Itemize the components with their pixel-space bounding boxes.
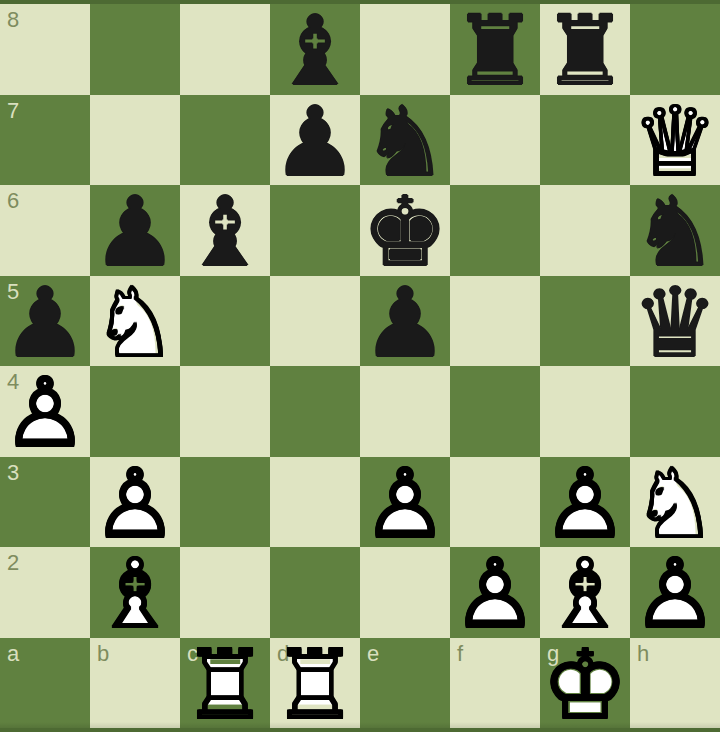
board-frame: 8♝♜♜7♟♞♛♕6♟♝♚♞5♟♞♘♟♛4♟♙3♟♙♟♙♟♙♞♘2♝♗♟♙♝♗♟… [0,0,720,732]
square-a3[interactable]: 3 [0,457,90,548]
file-label-e: e [367,643,379,665]
rank-label-8: 8 [7,9,19,31]
white-rook-c1[interactable]: ♜♖ [180,638,270,729]
file-label-f: f [457,643,463,665]
square-g2[interactable]: ♝♗ [540,547,630,638]
piece-outline-glyph: ♖ [270,640,360,731]
piece-outline-glyph: ♙ [450,549,540,640]
black-rook-f8[interactable]: ♜ [450,4,540,95]
white-pawn-g3[interactable]: ♟♙ [540,457,630,548]
white-knight-b5[interactable]: ♞♘ [90,276,180,367]
square-h8[interactable] [630,4,720,95]
file-label-b: b [97,643,109,665]
piece-glyph: ♜ [180,640,270,731]
piece-outline-glyph: ♙ [0,368,90,459]
black-pawn-e5[interactable]: ♟ [360,276,450,367]
white-knight-h3[interactable]: ♞♘ [630,457,720,548]
square-d4[interactable] [270,366,360,457]
piece-outline-glyph: ♘ [90,278,180,369]
white-queen-h7[interactable]: ♛♕ [630,95,720,186]
square-c8[interactable] [180,4,270,95]
square-g1[interactable]: g♚♔ [540,638,630,729]
piece-glyph: ♛ [630,97,720,188]
square-h1[interactable]: h [630,638,720,729]
square-f3[interactable] [450,457,540,548]
piece-outline-glyph: ♙ [540,459,630,550]
black-pawn-b6[interactable]: ♟ [90,185,180,276]
square-f4[interactable] [450,366,540,457]
black-rook-g8[interactable]: ♜ [540,4,630,95]
square-e2[interactable] [360,547,450,638]
square-d5[interactable] [270,276,360,367]
piece-outline-glyph: ♙ [630,549,720,640]
square-c3[interactable] [180,457,270,548]
square-d2[interactable] [270,547,360,638]
square-a7[interactable]: 7 [0,95,90,186]
square-e5[interactable]: ♟ [360,276,450,367]
rank-label-6: 6 [7,190,19,212]
white-bishop-b2[interactable]: ♝♗ [90,547,180,638]
piece-outline-glyph: ♙ [360,459,450,550]
square-c5[interactable] [180,276,270,367]
rank-label-7: 7 [7,100,19,122]
rank-label-2: 2 [7,552,19,574]
piece-glyph: ♚ [540,640,630,731]
white-pawn-b3[interactable]: ♟♙ [90,457,180,548]
white-pawn-f2[interactable]: ♟♙ [450,547,540,638]
piece-glyph: ♞ [630,187,720,278]
square-g3[interactable]: ♟♙ [540,457,630,548]
piece-glyph: ♟ [0,368,90,459]
square-f1[interactable]: f [450,638,540,729]
white-pawn-a4[interactable]: ♟♙ [0,366,90,457]
white-pawn-e3[interactable]: ♟♙ [360,457,450,548]
square-g4[interactable] [540,366,630,457]
piece-glyph: ♟ [90,187,180,278]
piece-glyph: ♞ [360,97,450,188]
piece-glyph: ♝ [270,6,360,97]
square-h3[interactable]: ♞♘ [630,457,720,548]
square-g8[interactable]: ♜ [540,4,630,95]
piece-glyph: ♝ [90,549,180,640]
black-knight-e7[interactable]: ♞ [360,95,450,186]
piece-outline-glyph: ♗ [540,549,630,640]
square-d7[interactable]: ♟ [270,95,360,186]
piece-glyph: ♟ [270,97,360,188]
square-f8[interactable]: ♜ [450,4,540,95]
square-b4[interactable] [90,366,180,457]
piece-glyph: ♜ [540,6,630,97]
black-pawn-a5[interactable]: ♟ [0,276,90,367]
square-e6[interactable]: ♚ [360,185,450,276]
piece-glyph: ♜ [270,640,360,731]
square-e4[interactable] [360,366,450,457]
black-bishop-d8[interactable]: ♝ [270,4,360,95]
square-a6[interactable]: 6 [0,185,90,276]
chess-board: 8♝♜♜7♟♞♛♕6♟♝♚♞5♟♞♘♟♛4♟♙3♟♙♟♙♟♙♞♘2♝♗♟♙♝♗♟… [0,4,720,728]
square-f7[interactable] [450,95,540,186]
square-a2[interactable]: 2 [0,547,90,638]
square-b2[interactable]: ♝♗ [90,547,180,638]
white-bishop-g2[interactable]: ♝♗ [540,547,630,638]
square-b3[interactable]: ♟♙ [90,457,180,548]
square-g7[interactable] [540,95,630,186]
square-a8[interactable]: 8 [0,4,90,95]
square-c2[interactable] [180,547,270,638]
square-d6[interactable] [270,185,360,276]
black-queen-h5[interactable]: ♛ [630,276,720,367]
square-c7[interactable] [180,95,270,186]
piece-glyph: ♛ [630,278,720,369]
rank-label-3: 3 [7,462,19,484]
piece-glyph: ♜ [450,6,540,97]
square-f2[interactable]: ♟♙ [450,547,540,638]
square-c6[interactable]: ♝ [180,185,270,276]
square-e8[interactable] [360,4,450,95]
white-rook-d1[interactable]: ♜♖ [270,638,360,729]
black-bishop-c6[interactable]: ♝ [180,185,270,276]
square-d3[interactable] [270,457,360,548]
square-f5[interactable] [450,276,540,367]
square-h4[interactable] [630,366,720,457]
piece-outline-glyph: ♘ [630,459,720,550]
file-label-h: h [637,643,649,665]
square-a4[interactable]: 4♟♙ [0,366,90,457]
square-d8[interactable]: ♝ [270,4,360,95]
square-h2[interactable]: ♟♙ [630,547,720,638]
piece-glyph: ♟ [0,278,90,369]
square-e7[interactable]: ♞ [360,95,450,186]
black-knight-h6[interactable]: ♞ [630,185,720,276]
square-a1[interactable]: a [0,638,90,729]
file-label-a: a [7,643,19,665]
white-king-g1[interactable]: ♚♔ [540,638,630,729]
square-a5[interactable]: 5♟ [0,276,90,367]
piece-glyph: ♝ [180,187,270,278]
piece-glyph: ♟ [540,459,630,550]
square-b6[interactable]: ♟ [90,185,180,276]
piece-outline-glyph: ♔ [540,640,630,731]
square-d1[interactable]: d♜♖ [270,638,360,729]
piece-outline-glyph: ♙ [90,459,180,550]
piece-glyph: ♟ [450,549,540,640]
piece-outline-glyph: ♕ [630,97,720,188]
black-pawn-d7[interactable]: ♟ [270,95,360,186]
black-king-e6[interactable]: ♚ [360,185,450,276]
square-h6[interactable]: ♞ [630,185,720,276]
square-b8[interactable] [90,4,180,95]
piece-glyph: ♞ [630,459,720,550]
square-e1[interactable]: e [360,638,450,729]
square-e3[interactable]: ♟♙ [360,457,450,548]
piece-glyph: ♚ [360,187,450,278]
square-f6[interactable] [450,185,540,276]
piece-glyph: ♟ [360,459,450,550]
piece-glyph: ♟ [630,549,720,640]
square-g6[interactable] [540,185,630,276]
square-b1[interactable]: b [90,638,180,729]
square-h7[interactable]: ♛♕ [630,95,720,186]
square-c1[interactable]: c♜♖ [180,638,270,729]
piece-glyph: ♟ [90,459,180,550]
piece-glyph: ♟ [360,278,450,369]
square-h5[interactable]: ♛ [630,276,720,367]
square-g5[interactable] [540,276,630,367]
square-c4[interactable] [180,366,270,457]
piece-glyph: ♝ [540,549,630,640]
square-b7[interactable] [90,95,180,186]
square-b5[interactable]: ♞♘ [90,276,180,367]
piece-glyph: ♞ [90,278,180,369]
white-pawn-h2[interactable]: ♟♙ [630,547,720,638]
piece-outline-glyph: ♗ [90,549,180,640]
piece-outline-glyph: ♖ [180,640,270,731]
